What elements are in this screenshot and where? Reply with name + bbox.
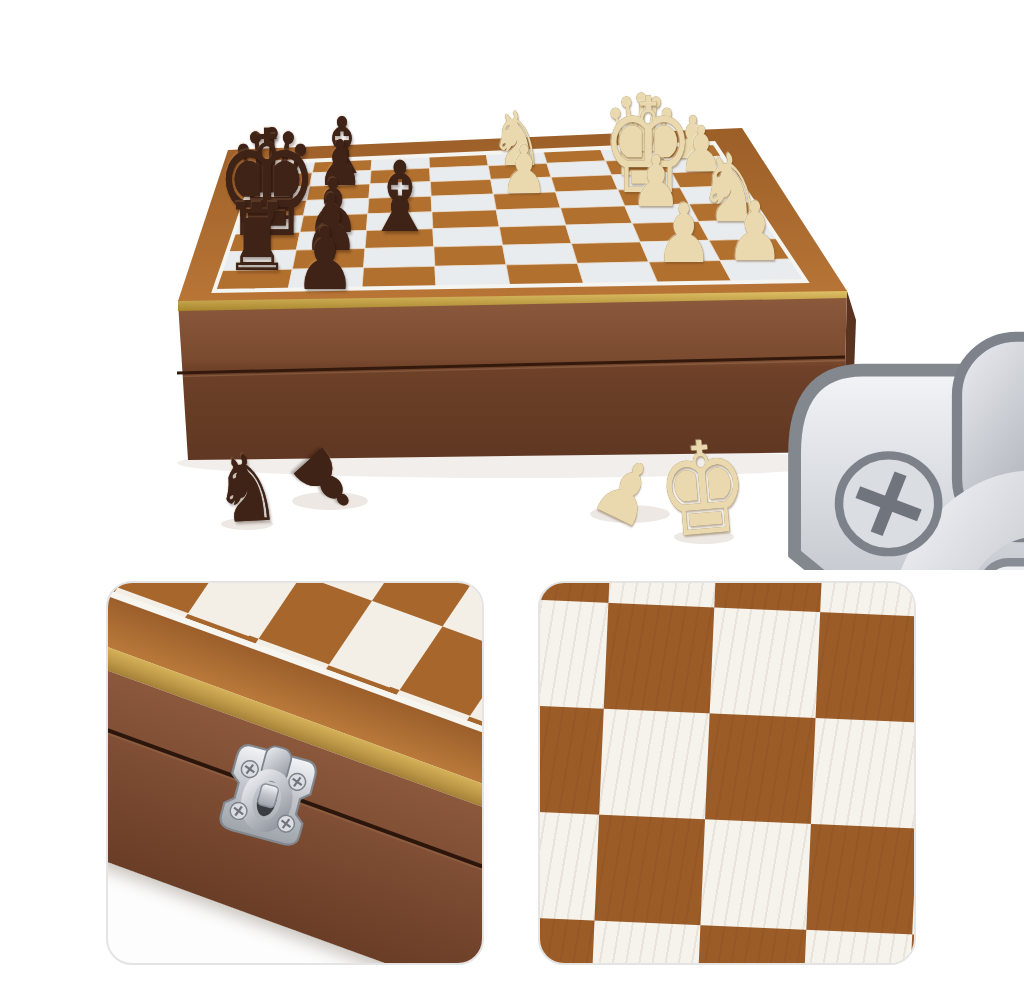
inset-latch-closeup [106, 581, 484, 965]
board-square [221, 250, 296, 271]
board-square [547, 161, 612, 177]
board-square [234, 216, 304, 234]
board-square [430, 179, 493, 196]
board-square [632, 222, 709, 242]
board-square [506, 263, 584, 286]
board-square [434, 245, 506, 266]
board-square [491, 177, 556, 194]
board-square [364, 247, 435, 268]
board-square [214, 269, 292, 291]
board-square [296, 231, 366, 251]
board-square [239, 200, 306, 217]
board-square [365, 229, 434, 249]
board-square [612, 173, 681, 190]
board-square [488, 163, 551, 179]
board-square [370, 168, 430, 184]
board-square [303, 198, 368, 215]
board-square [551, 175, 618, 192]
board-square [292, 248, 365, 269]
board-square [618, 188, 689, 206]
board-square [640, 240, 720, 262]
board-square [362, 266, 436, 288]
board-square [431, 194, 496, 212]
piece-shadow [674, 530, 734, 544]
chess-box-scene [0, 0, 1024, 570]
board-square [577, 262, 658, 285]
board-square [571, 242, 648, 263]
box-front-face [178, 291, 847, 460]
board-square [369, 182, 431, 199]
inset-squares-pattern [538, 581, 916, 965]
chess-box-product-photo: ♝♟♛♚♟♝♟♜♟♞♟♟♟♛♟♚♟♞♟♟♞♟♟♚ [0, 0, 1024, 1000]
piece-shadow [221, 518, 273, 530]
board-square [432, 210, 499, 229]
board-square [556, 190, 625, 208]
latch-icon [795, 337, 1024, 570]
board-square [300, 214, 368, 232]
board-square [496, 208, 566, 227]
board-square [625, 204, 699, 223]
board-square [649, 261, 732, 284]
board-square [499, 225, 571, 245]
board-square [566, 223, 640, 243]
board-square [307, 184, 370, 201]
board-square [493, 192, 560, 210]
board-square [368, 196, 432, 214]
latch-icon [209, 733, 327, 858]
piece-shadow [292, 492, 368, 510]
board-square [310, 170, 371, 186]
board-square [366, 212, 432, 231]
board-square [435, 265, 510, 287]
board-square [433, 227, 503, 247]
board-square [227, 232, 299, 251]
board-square [288, 268, 364, 290]
board-square [244, 186, 309, 202]
piece-shadow [590, 505, 670, 523]
board-square [503, 244, 578, 265]
inset-squares-closeup [538, 581, 916, 965]
inset-latch-rotated-group [106, 581, 484, 965]
board-square [561, 206, 633, 225]
board-square [606, 159, 672, 175]
board-square [430, 166, 491, 182]
